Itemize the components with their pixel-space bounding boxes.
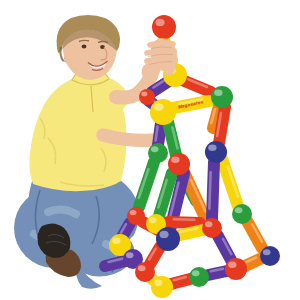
magnetic-ball-red — [168, 153, 190, 175]
photo-canvas: Magneatos — [0, 0, 300, 300]
magnetic-ball-red — [152, 15, 176, 39]
boy-left-arm — [103, 135, 158, 140]
magnetic-ball-yellow — [151, 276, 173, 298]
magnetic-rod-purple — [156, 123, 161, 145]
magnetic-rod-red — [171, 277, 190, 284]
magnetic-ball-yellow — [150, 99, 176, 125]
magnetic-ball-blue — [205, 141, 227, 163]
magnetic-ball-green — [232, 204, 252, 224]
magnetic-ball-red — [202, 218, 222, 238]
magnetic-ball-red — [139, 89, 155, 105]
magnetic-rod-red — [168, 219, 200, 223]
boy-eye-left — [82, 45, 87, 49]
magnetic-ball-blue — [156, 227, 180, 251]
magnetic-ball-green — [189, 267, 209, 287]
magnetic-rod-red — [217, 107, 225, 143]
magnetic-rod-purple — [208, 269, 227, 275]
magnetic-ball-red — [225, 258, 247, 280]
magnetic-ball-green — [148, 143, 168, 163]
magnetic-rod-yellow — [176, 228, 203, 236]
magnetic-rod-purple — [209, 162, 214, 219]
magnetic-ball-red — [135, 262, 155, 282]
magnetic-ball-green — [211, 86, 233, 108]
magnetic-rod-orange — [245, 258, 260, 266]
magnetic-ball-blue — [260, 246, 280, 266]
magnetic-ball-red — [127, 207, 145, 225]
